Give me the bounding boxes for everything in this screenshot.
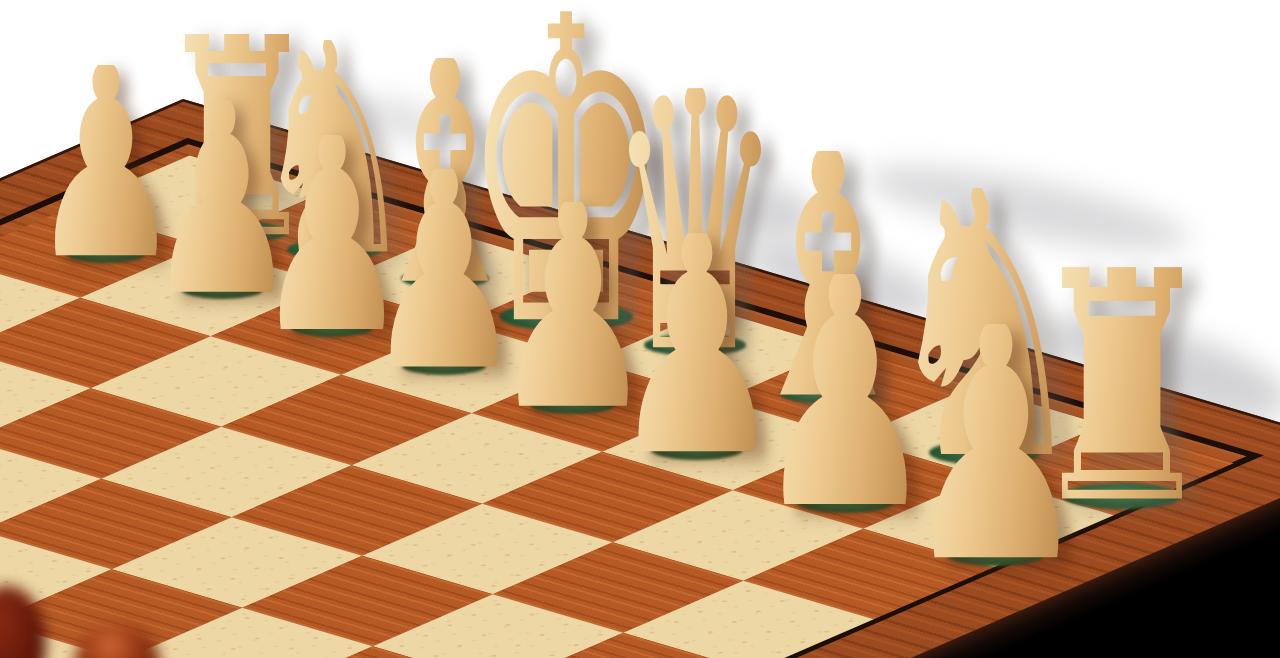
product-photo-scene: ♜♞♟♝♟♚♟♛♟♝♟♟♞♜♟♟ <box>0 0 1280 658</box>
pieces-layer: ♜♞♟♝♟♚♟♛♟♝♟♟♞♜♟♟ <box>0 0 1280 658</box>
piece-pawn-a2: ♟ <box>902 324 1089 565</box>
